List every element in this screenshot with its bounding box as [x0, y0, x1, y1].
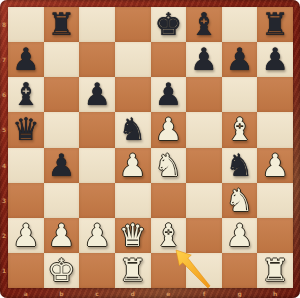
- rank-label-5: 5: [0, 112, 8, 147]
- square-e3[interactable]: [151, 183, 187, 218]
- square-d7[interactable]: [115, 42, 151, 77]
- square-d2[interactable]: ♛: [115, 218, 151, 253]
- square-b5[interactable]: [44, 112, 80, 147]
- square-c1[interactable]: [79, 253, 115, 288]
- square-c7[interactable]: [79, 42, 115, 77]
- file-label-a: a: [8, 288, 44, 298]
- square-e1[interactable]: [151, 253, 187, 288]
- board: ♜♚♝♜♟♟♟♟♝♟♟♛♞♟♝♟♟♞♞♟♞♟♟♟♛♝♟♚♜♜: [8, 7, 293, 288]
- square-b1[interactable]: ♚: [44, 253, 80, 288]
- square-h2[interactable]: [257, 218, 293, 253]
- rank-label-1: 1: [0, 253, 8, 288]
- square-h6[interactable]: [257, 77, 293, 112]
- white-pawn[interactable]: ♟: [83, 220, 111, 251]
- square-a6[interactable]: ♝: [8, 77, 44, 112]
- file-label-d: d: [115, 288, 151, 298]
- square-c3[interactable]: [79, 183, 115, 218]
- white-bishop[interactable]: ♝: [154, 220, 182, 251]
- square-b7[interactable]: [44, 42, 80, 77]
- square-g5[interactable]: ♝: [222, 112, 258, 147]
- black-rook[interactable]: ♜: [261, 9, 289, 40]
- rank-label-7: 7: [0, 42, 8, 77]
- rank-labels: 87654321: [0, 7, 8, 288]
- black-bishop[interactable]: ♝: [190, 9, 218, 40]
- black-knight[interactable]: ♞: [226, 150, 254, 181]
- square-d5[interactable]: ♞: [115, 112, 151, 147]
- rank-label-8: 8: [0, 7, 8, 42]
- square-e8[interactable]: ♚: [151, 7, 187, 42]
- square-g1[interactable]: [222, 253, 258, 288]
- rank-label-3: 3: [0, 183, 8, 218]
- square-c2[interactable]: ♟: [79, 218, 115, 253]
- white-pawn[interactable]: ♟: [154, 114, 182, 145]
- white-pawn[interactable]: ♟: [226, 220, 254, 251]
- square-e7[interactable]: [151, 42, 187, 77]
- square-f8[interactable]: ♝: [186, 7, 222, 42]
- square-f7[interactable]: ♟: [186, 42, 222, 77]
- square-c5[interactable]: [79, 112, 115, 147]
- square-d1[interactable]: ♜: [115, 253, 151, 288]
- black-rook[interactable]: ♜: [48, 9, 76, 40]
- square-d8[interactable]: [115, 7, 151, 42]
- square-e4[interactable]: ♞: [151, 148, 187, 183]
- square-e5[interactable]: ♟: [151, 112, 187, 147]
- black-pawn[interactable]: ♟: [190, 44, 218, 75]
- square-h1[interactable]: ♜: [257, 253, 293, 288]
- black-pawn[interactable]: ♟: [48, 150, 76, 181]
- square-f6[interactable]: [186, 77, 222, 112]
- square-f2[interactable]: [186, 218, 222, 253]
- black-bishop[interactable]: ♝: [12, 79, 40, 110]
- square-d6[interactable]: [115, 77, 151, 112]
- square-h8[interactable]: ♜: [257, 7, 293, 42]
- black-pawn[interactable]: ♟: [12, 44, 40, 75]
- black-pawn[interactable]: ♟: [261, 44, 289, 75]
- square-a2[interactable]: ♟: [8, 218, 44, 253]
- black-knight[interactable]: ♞: [119, 114, 147, 145]
- square-b6[interactable]: [44, 77, 80, 112]
- file-label-c: c: [79, 288, 115, 298]
- white-king[interactable]: ♚: [48, 255, 76, 286]
- rank-label-6: 6: [0, 77, 8, 112]
- white-pawn[interactable]: ♟: [12, 220, 40, 251]
- file-label-e: e: [151, 288, 187, 298]
- black-queen[interactable]: ♛: [12, 114, 40, 145]
- square-h4[interactable]: ♟: [257, 148, 293, 183]
- square-f3[interactable]: [186, 183, 222, 218]
- white-pawn[interactable]: ♟: [48, 220, 76, 251]
- white-pawn[interactable]: ♟: [119, 150, 147, 181]
- square-a3[interactable]: [8, 183, 44, 218]
- rank-label-2: 2: [0, 218, 8, 253]
- square-g2[interactable]: ♟: [222, 218, 258, 253]
- square-h5[interactable]: [257, 112, 293, 147]
- square-g7[interactable]: ♟: [222, 42, 258, 77]
- rank-label-4: 4: [0, 148, 8, 183]
- square-e2[interactable]: ♝: [151, 218, 187, 253]
- white-rook[interactable]: ♜: [119, 255, 147, 286]
- square-c4[interactable]: [79, 148, 115, 183]
- square-a5[interactable]: ♛: [8, 112, 44, 147]
- white-knight[interactable]: ♞: [154, 150, 182, 181]
- square-g8[interactable]: [222, 7, 258, 42]
- white-bishop[interactable]: ♝: [226, 114, 254, 145]
- square-e6[interactable]: ♟: [151, 77, 187, 112]
- square-h7[interactable]: ♟: [257, 42, 293, 77]
- square-d4[interactable]: ♟: [115, 148, 151, 183]
- white-queen[interactable]: ♛: [119, 220, 147, 251]
- square-b3[interactable]: [44, 183, 80, 218]
- square-a7[interactable]: ♟: [8, 42, 44, 77]
- square-b4[interactable]: ♟: [44, 148, 80, 183]
- square-c6[interactable]: ♟: [79, 77, 115, 112]
- file-label-g: g: [222, 288, 258, 298]
- square-f1[interactable]: [186, 253, 222, 288]
- square-b8[interactable]: ♜: [44, 7, 80, 42]
- wooden-frame: 87654321 abcdefgh ♜♚♝♜♟♟♟♟♝♟♟♛♞♟♝♟♟♞♞♟♞♟…: [0, 0, 300, 298]
- white-pawn[interactable]: ♟: [261, 150, 289, 181]
- square-a4[interactable]: [8, 148, 44, 183]
- square-b2[interactable]: ♟: [44, 218, 80, 253]
- black-king[interactable]: ♚: [154, 9, 182, 40]
- black-pawn[interactable]: ♟: [154, 79, 182, 110]
- square-g4[interactable]: ♞: [222, 148, 258, 183]
- white-knight[interactable]: ♞: [226, 185, 254, 216]
- white-rook[interactable]: ♜: [261, 255, 289, 286]
- file-labels: abcdefgh: [8, 288, 293, 298]
- square-f5[interactable]: [186, 112, 222, 147]
- square-g3[interactable]: ♞: [222, 183, 258, 218]
- black-pawn[interactable]: ♟: [226, 44, 254, 75]
- square-a8[interactable]: [8, 7, 44, 42]
- file-label-f: f: [186, 288, 222, 298]
- file-label-h: h: [257, 288, 293, 298]
- square-c8[interactable]: [79, 7, 115, 42]
- black-pawn[interactable]: ♟: [83, 79, 111, 110]
- square-d3[interactable]: [115, 183, 151, 218]
- square-g6[interactable]: [222, 77, 258, 112]
- chessboard-widget: 87654321 abcdefgh ♜♚♝♜♟♟♟♟♝♟♟♛♞♟♝♟♟♞♞♟♞♟…: [0, 0, 300, 298]
- square-a1[interactable]: [8, 253, 44, 288]
- square-f4[interactable]: [186, 148, 222, 183]
- square-h3[interactable]: [257, 183, 293, 218]
- file-label-b: b: [44, 288, 80, 298]
